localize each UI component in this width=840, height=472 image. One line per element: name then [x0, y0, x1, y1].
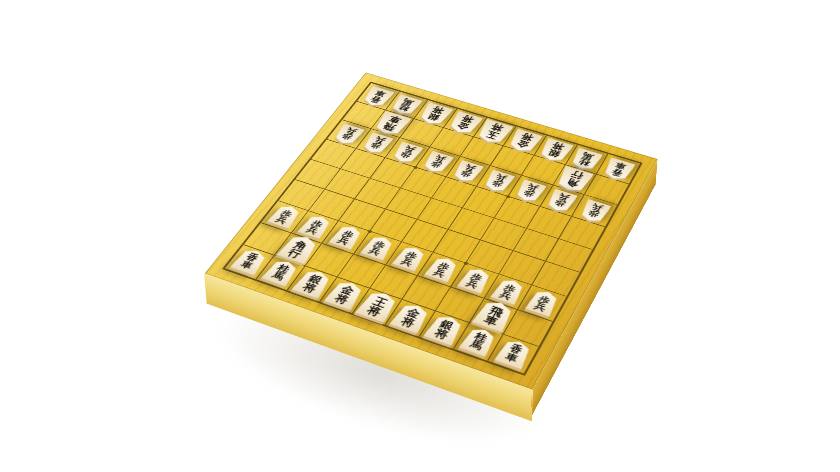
shogi-piece-pawn[interactable]: 歩兵 — [457, 266, 493, 294]
shogi-piece-pawn[interactable]: 歩兵 — [513, 179, 547, 204]
shogi-piece-pawn[interactable]: 歩兵 — [424, 255, 460, 283]
shogi-piece-pawn[interactable]: 歩兵 — [329, 223, 365, 249]
scene: 香車桂馬銀将金将玉将金将銀将桂馬香車飛車角行歩兵歩兵歩兵歩兵歩兵歩兵歩兵歩兵歩兵… — [0, 0, 840, 472]
shogi-piece-pawn[interactable]: 歩兵 — [545, 189, 579, 214]
board-cell: 歩兵 — [261, 201, 308, 233]
shogi-piece-pawn[interactable]: 歩兵 — [490, 277, 526, 305]
shogi-piece-pawn[interactable]: 歩兵 — [578, 199, 612, 224]
board-cell — [243, 223, 291, 256]
board-cell — [481, 218, 527, 251]
